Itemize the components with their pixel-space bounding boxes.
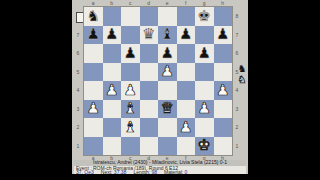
square-d1[interactable] bbox=[140, 137, 159, 156]
file-label-a: a bbox=[84, 0, 103, 6]
square-h2[interactable] bbox=[214, 118, 233, 137]
square-c6[interactable]: ♟ bbox=[121, 44, 140, 63]
white-pawn-a3[interactable]: ♟ bbox=[87, 101, 100, 116]
square-c2[interactable]: ♝ bbox=[121, 118, 140, 137]
file-label-g: g bbox=[195, 0, 214, 6]
white-pawn-f2[interactable]: ♟ bbox=[179, 119, 192, 134]
black-pawn-b7[interactable]: ♟ bbox=[105, 27, 118, 42]
rank-label-1: 1 bbox=[73, 137, 83, 156]
white-pawn-h4[interactable]: ♟ bbox=[216, 82, 229, 97]
square-f2[interactable]: ♟ bbox=[177, 118, 196, 137]
square-d4[interactable] bbox=[140, 81, 159, 100]
white-pawn-g3[interactable]: ♟ bbox=[198, 101, 211, 116]
rank-label-6: 6 bbox=[73, 44, 83, 63]
square-b1[interactable] bbox=[103, 137, 122, 156]
white-king-g1[interactable]: ♚ bbox=[198, 138, 211, 153]
square-f6[interactable] bbox=[177, 44, 196, 63]
next-move: Next: 37.38 bbox=[101, 170, 127, 175]
square-e3[interactable]: ♛ bbox=[158, 100, 177, 119]
square-b2[interactable] bbox=[103, 118, 122, 137]
square-f5[interactable] bbox=[177, 63, 196, 82]
black-pawn-f7[interactable]: ♟ bbox=[179, 27, 192, 42]
square-d8[interactable] bbox=[140, 7, 159, 26]
square-a1[interactable] bbox=[84, 137, 103, 156]
square-e4[interactable] bbox=[158, 81, 177, 100]
square-b4[interactable]: ♟ bbox=[103, 81, 122, 100]
square-a8[interactable]: ♞ bbox=[84, 7, 103, 26]
white-bishop-c2[interactable]: ♝ bbox=[124, 119, 137, 134]
white-bishop-c3[interactable]: ♝ bbox=[124, 101, 137, 116]
square-a5[interactable] bbox=[84, 63, 103, 82]
square-g3[interactable]: ♟ bbox=[195, 100, 214, 119]
black-pawn-c6[interactable]: ♟ bbox=[124, 45, 137, 60]
file-label-b: b bbox=[103, 0, 122, 6]
black-pawn-a7[interactable]: ♟ bbox=[87, 27, 100, 42]
rank-label-3: 3 bbox=[233, 100, 241, 119]
white-pawn-c4[interactable]: ♟ bbox=[124, 82, 137, 97]
rank-label-2: 2 bbox=[73, 118, 83, 137]
square-a4[interactable] bbox=[84, 81, 103, 100]
square-c8[interactable] bbox=[121, 7, 140, 26]
square-f3[interactable] bbox=[177, 100, 196, 119]
square-h3[interactable] bbox=[214, 100, 233, 119]
file-label-c: c bbox=[121, 0, 140, 6]
square-a7[interactable]: ♟ bbox=[84, 26, 103, 45]
material-balance: Material: 0 bbox=[164, 170, 187, 175]
square-c1[interactable] bbox=[121, 137, 140, 156]
captured-pieces-tray: ♞ ♘ bbox=[236, 63, 248, 93]
square-g5[interactable] bbox=[195, 63, 214, 82]
square-f8[interactable] bbox=[177, 7, 196, 26]
rank-label-5: 5 bbox=[73, 63, 83, 82]
square-d2[interactable] bbox=[140, 118, 159, 137]
square-g6[interactable]: ♟ bbox=[195, 44, 214, 63]
square-d7[interactable]: ♛ bbox=[140, 26, 159, 45]
file-label-e: e bbox=[158, 0, 177, 6]
move-played: 37. Qe3 bbox=[76, 170, 94, 175]
square-e5[interactable]: ♟ bbox=[158, 63, 177, 82]
white-pawn-b4[interactable]: ♟ bbox=[105, 82, 118, 97]
square-a2[interactable] bbox=[84, 118, 103, 137]
rank-label-1: 1 bbox=[233, 137, 241, 156]
square-e1[interactable] bbox=[158, 137, 177, 156]
white-pawn-e5[interactable]: ♟ bbox=[161, 64, 174, 79]
square-g1[interactable]: ♚ bbox=[195, 137, 214, 156]
file-label-h: h bbox=[214, 0, 233, 6]
square-b5[interactable] bbox=[103, 63, 122, 82]
side-to-move-indicator bbox=[76, 12, 84, 23]
black-bishop-e7[interactable]: ♝ bbox=[161, 27, 174, 42]
square-h5[interactable] bbox=[214, 63, 233, 82]
file-label-d: d bbox=[140, 0, 159, 6]
square-c5[interactable] bbox=[121, 63, 140, 82]
screenshot-stage: abcdefgh abcdefgh 87654321 87654321 ♞♚♟♟… bbox=[0, 0, 320, 180]
rank-label-7: 7 bbox=[233, 26, 241, 45]
square-c7[interactable] bbox=[121, 26, 140, 45]
square-d5[interactable] bbox=[140, 63, 159, 82]
rank-label-6: 6 bbox=[233, 44, 241, 63]
rank-label-8: 8 bbox=[233, 7, 241, 26]
square-b3[interactable] bbox=[103, 100, 122, 119]
game-length: Length: 98 bbox=[133, 170, 157, 175]
square-h4[interactable]: ♟ bbox=[214, 81, 233, 100]
file-label-f: f bbox=[177, 0, 196, 6]
square-g4[interactable] bbox=[195, 81, 214, 100]
square-h6[interactable] bbox=[214, 44, 233, 63]
square-f7[interactable]: ♟ bbox=[177, 26, 196, 45]
square-g2[interactable] bbox=[195, 118, 214, 137]
square-e6[interactable]: ♟ bbox=[158, 44, 177, 63]
square-a6[interactable] bbox=[84, 44, 103, 63]
square-g8[interactable]: ♚ bbox=[195, 7, 214, 26]
black-pawn-h7[interactable]: ♟ bbox=[216, 27, 229, 42]
square-d3[interactable] bbox=[140, 100, 159, 119]
captured-black-knight-icon: ♞ bbox=[238, 63, 247, 74]
rank-labels-left: 87654321 bbox=[73, 7, 83, 155]
black-knight-a8[interactable]: ♞ bbox=[87, 8, 100, 23]
rank-label-4: 4 bbox=[73, 81, 83, 100]
black-pawn-e6[interactable]: ♟ bbox=[161, 45, 174, 60]
square-d6[interactable] bbox=[140, 44, 159, 63]
square-f4[interactable] bbox=[177, 81, 196, 100]
square-a3[interactable]: ♟ bbox=[84, 100, 103, 119]
square-h8[interactable] bbox=[214, 7, 233, 26]
black-pawn-g6[interactable]: ♟ bbox=[198, 45, 211, 60]
captured-white-knight-icon: ♘ bbox=[238, 74, 247, 85]
move-status-line: 37. Qe3 Next: 37.38 Length: 98 Material:… bbox=[74, 170, 246, 175]
square-g7[interactable] bbox=[195, 26, 214, 45]
square-h1[interactable] bbox=[214, 137, 233, 156]
square-b8[interactable] bbox=[103, 7, 122, 26]
rank-label-2: 2 bbox=[233, 118, 241, 137]
board-frame: abcdefgh abcdefgh 87654321 87654321 ♞♚♟♟… bbox=[72, 0, 248, 174]
chess-board[interactable]: ♞♚♟♟♛♝♟♟♟♟♟♟♟♟♟♟♝♛♟♝♟♚ bbox=[84, 7, 232, 155]
square-e8[interactable] bbox=[158, 7, 177, 26]
square-e2[interactable] bbox=[158, 118, 177, 137]
black-king-g8[interactable]: ♚ bbox=[198, 8, 211, 23]
black-queen-d7[interactable]: ♛ bbox=[142, 27, 155, 42]
rank-label-3: 3 bbox=[73, 100, 83, 119]
square-h7[interactable]: ♟ bbox=[214, 26, 233, 45]
rank-label-7: 7 bbox=[73, 26, 83, 45]
square-e7[interactable]: ♝ bbox=[158, 26, 177, 45]
square-c4[interactable]: ♟ bbox=[121, 81, 140, 100]
square-c3[interactable]: ♝ bbox=[121, 100, 140, 119]
game-info-panel: Istratescu, Andrei (2430) - Miladinovic,… bbox=[74, 160, 246, 174]
square-b6[interactable] bbox=[103, 44, 122, 63]
square-f1[interactable] bbox=[177, 137, 196, 156]
square-b7[interactable]: ♟ bbox=[103, 26, 122, 45]
white-queen-e3[interactable]: ♛ bbox=[161, 101, 174, 116]
file-labels-top: abcdefgh bbox=[84, 0, 232, 6]
